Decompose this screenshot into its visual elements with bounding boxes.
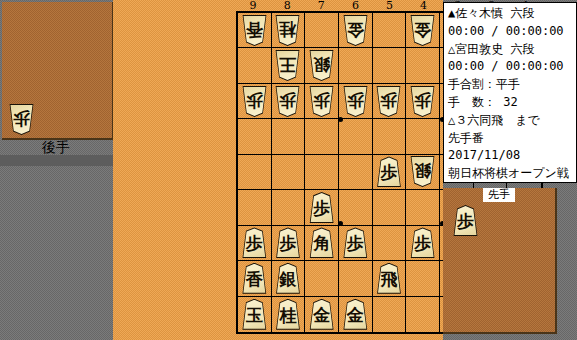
shogi-piece-歩-sente[interactable]: 歩 bbox=[409, 227, 436, 258]
info-line: 手合割：平手 bbox=[448, 76, 576, 94]
piece-kanji: 歩 bbox=[246, 89, 263, 112]
piece-kanji: 金 bbox=[313, 304, 330, 327]
star-point bbox=[338, 117, 343, 122]
board-cell[interactable] bbox=[373, 190, 407, 225]
piece-kanji: 歩 bbox=[414, 89, 431, 112]
board-cell[interactable]: 金 bbox=[406, 13, 440, 48]
shogi-piece-歩-sente[interactable]: 歩 bbox=[241, 227, 268, 258]
board-cell[interactable]: 金 bbox=[339, 297, 373, 332]
piece-face: 歩 bbox=[242, 87, 267, 116]
board-cell[interactable] bbox=[406, 119, 440, 154]
board-cell[interactable] bbox=[339, 48, 373, 83]
shogi-piece-歩-gote[interactable]: 歩 bbox=[308, 86, 335, 117]
piece-face: 銀 bbox=[275, 264, 300, 293]
board-cell[interactable]: 歩 bbox=[406, 226, 440, 261]
piece-face: 歩 bbox=[343, 87, 368, 116]
piece-face: 歩 bbox=[376, 87, 401, 116]
piece-kanji: 角 bbox=[313, 232, 330, 255]
piece-kanji: 銀 bbox=[313, 53, 330, 76]
piece-kanji: 金 bbox=[414, 18, 431, 41]
board-cell[interactable] bbox=[406, 261, 440, 296]
board-cell[interactable]: 王 bbox=[272, 48, 306, 83]
piece-face: 歩 bbox=[242, 228, 267, 257]
piece-face: 桂 bbox=[275, 300, 300, 329]
board-cell[interactable]: 歩 bbox=[305, 190, 339, 225]
board-cell[interactable] bbox=[305, 261, 339, 296]
shogi-piece-銀-sente[interactable]: 銀 bbox=[274, 263, 301, 294]
board-cell[interactable] bbox=[373, 119, 407, 154]
piece-face: 玉 bbox=[242, 300, 267, 329]
piece-kanji: 歩 bbox=[313, 89, 330, 112]
piece-face: 歩 bbox=[453, 206, 478, 235]
shogi-piece-歩-gote[interactable]: 歩 bbox=[342, 86, 369, 117]
piece-kanji: 歩 bbox=[279, 232, 296, 255]
piece-face: 歩 bbox=[376, 157, 401, 186]
gote-hand-tray[interactable]: 歩 bbox=[2, 2, 114, 140]
info-line: 先手番 bbox=[448, 130, 576, 148]
board-cell[interactable] bbox=[272, 190, 306, 225]
piece-kanji: 歩 bbox=[380, 161, 397, 184]
board-cell[interactable] bbox=[238, 155, 272, 190]
piece-face: 銀 bbox=[410, 157, 435, 186]
shogi-piece-銀-gote[interactable]: 銀 bbox=[308, 50, 335, 81]
piece-kanji: 歩 bbox=[380, 89, 397, 112]
board-cell[interactable]: 香 bbox=[238, 261, 272, 296]
piece-kanji: 歩 bbox=[414, 232, 431, 255]
board-cell[interactable]: 飛 bbox=[373, 261, 407, 296]
shogi-piece-桂-gote[interactable]: 桂 bbox=[274, 15, 301, 46]
piece-face: 金 bbox=[343, 300, 368, 329]
board-cell[interactable] bbox=[272, 155, 306, 190]
board-cell[interactable]: 桂 bbox=[272, 13, 306, 48]
shogi-piece-歩-gote[interactable]: 歩 bbox=[241, 86, 268, 117]
piece-face: 桂 bbox=[275, 16, 300, 45]
piece-kanji: 歩 bbox=[13, 107, 30, 130]
board-cell[interactable] bbox=[305, 119, 339, 154]
shogi-piece-歩-sente[interactable]: 歩 bbox=[342, 227, 369, 258]
info-line: △３六同飛 まで bbox=[448, 112, 576, 130]
shogi-piece-歩-gote[interactable]: 歩 bbox=[274, 86, 301, 117]
board-cell[interactable]: 歩 bbox=[373, 155, 407, 190]
info-line: ▲佐々木慎 六段 bbox=[448, 5, 576, 23]
piece-face: 歩 bbox=[309, 193, 334, 222]
board-cell[interactable] bbox=[339, 155, 373, 190]
info-line: 朝日杯将棋オープン戦 bbox=[448, 165, 576, 183]
board-cell[interactable] bbox=[373, 48, 407, 83]
info-line: △宮田敦史 六段 bbox=[448, 41, 576, 59]
piece-kanji: 金 bbox=[347, 304, 364, 327]
shogi-piece-歩-sente[interactable]: 歩 bbox=[375, 156, 402, 187]
board-cell[interactable] bbox=[272, 119, 306, 154]
tray-shadow bbox=[0, 155, 114, 166]
board-cell[interactable]: 香 bbox=[238, 13, 272, 48]
board-cell[interactable]: 銀 bbox=[305, 48, 339, 83]
board-cell[interactable] bbox=[339, 261, 373, 296]
board-cell[interactable] bbox=[339, 190, 373, 225]
shogi-piece-歩-sente[interactable]: 歩 bbox=[274, 227, 301, 258]
shogi-piece-飛-sente[interactable]: 飛 bbox=[375, 263, 402, 294]
shogi-piece-歩-gote[interactable]: 歩 bbox=[409, 86, 436, 117]
piece-kanji: 桂 bbox=[279, 304, 296, 327]
piece-kanji: 香 bbox=[246, 268, 263, 291]
shogi-piece-桂-sente[interactable]: 桂 bbox=[274, 299, 301, 330]
board-area: 987654321 一二三四五六七八九 香桂金金香王銀角歩歩歩歩歩歩桂歩歩歩銀歩… bbox=[113, 0, 443, 340]
piece-kanji: 歩 bbox=[246, 232, 263, 255]
board-cell[interactable] bbox=[305, 155, 339, 190]
board-cell[interactable] bbox=[373, 226, 407, 261]
piece-face: 歩 bbox=[275, 228, 300, 257]
board-cell[interactable]: 歩 bbox=[272, 84, 306, 119]
shogi-piece-角-sente[interactable]: 角 bbox=[308, 227, 335, 258]
board-cell[interactable]: 玉 bbox=[238, 297, 272, 332]
piece-kanji: 香 bbox=[246, 18, 263, 41]
board-cell[interactable]: 歩 bbox=[339, 226, 373, 261]
piece-face: 歩 bbox=[410, 228, 435, 257]
shogi-piece-歩-gote[interactable]: 歩 bbox=[375, 86, 402, 117]
board-cell[interactable]: 角 bbox=[305, 226, 339, 261]
board-cell[interactable]: 歩 bbox=[238, 226, 272, 261]
board-cell[interactable] bbox=[373, 13, 407, 48]
board-cell[interactable]: 銀 bbox=[406, 155, 440, 190]
board-cell[interactable]: 金 bbox=[339, 13, 373, 48]
piece-face: 歩 bbox=[275, 87, 300, 116]
board-cell[interactable] bbox=[238, 190, 272, 225]
piece-face: 銀 bbox=[309, 51, 334, 80]
piece-face: 香 bbox=[242, 264, 267, 293]
piece-face: 歩 bbox=[309, 87, 334, 116]
board-cell[interactable]: 銀 bbox=[272, 261, 306, 296]
piece-kanji: 金 bbox=[347, 18, 364, 41]
piece-kanji: 歩 bbox=[313, 197, 330, 220]
piece-kanji: 銀 bbox=[414, 159, 431, 182]
piece-face: 金 bbox=[343, 16, 368, 45]
info-line: 2017/11/08 bbox=[448, 147, 576, 165]
game-info-panel: ▲佐々木慎 六段00:00 / 00:00:00△宮田敦史 六段00:00 / … bbox=[443, 2, 577, 183]
piece-face: 香 bbox=[242, 16, 267, 45]
board-cell[interactable] bbox=[238, 119, 272, 154]
shogi-piece-歩-gote[interactable]: 歩 bbox=[8, 104, 35, 135]
shogi-piece-金-sente[interactable]: 金 bbox=[308, 299, 335, 330]
board-cell[interactable]: 桂 bbox=[272, 297, 306, 332]
piece-kanji: 王 bbox=[279, 53, 296, 76]
piece-face: 歩 bbox=[9, 105, 34, 134]
piece-kanji: 玉 bbox=[246, 304, 263, 327]
shogi-piece-金-gote[interactable]: 金 bbox=[342, 15, 369, 46]
board-cell[interactable]: 歩 bbox=[238, 84, 272, 119]
shogi-piece-香-sente[interactable]: 香 bbox=[241, 263, 268, 294]
shogi-piece-王-gote[interactable]: 王 bbox=[274, 50, 301, 81]
board-cell[interactable]: 歩 bbox=[406, 84, 440, 119]
board-cell[interactable] bbox=[238, 48, 272, 83]
board-cell[interactable]: 歩 bbox=[305, 84, 339, 119]
shogi-piece-歩-sente[interactable]: 歩 bbox=[308, 192, 335, 223]
piece-face: 歩 bbox=[410, 87, 435, 116]
shogi-piece-香-gote[interactable]: 香 bbox=[241, 15, 268, 46]
board-cell[interactable]: 金 bbox=[305, 297, 339, 332]
board-cell[interactable] bbox=[406, 297, 440, 332]
piece-kanji: 桂 bbox=[279, 18, 296, 41]
piece-kanji: 歩 bbox=[347, 232, 364, 255]
board-cell[interactable]: 歩 bbox=[339, 84, 373, 119]
sente-label: 先手 bbox=[483, 188, 515, 202]
star-point bbox=[338, 221, 343, 226]
shogi-app-window: 歩 後手 987654321 一二三四五六七八九 香桂金金香王銀角歩歩歩歩歩歩桂… bbox=[0, 0, 577, 340]
shogi-piece-金-sente[interactable]: 金 bbox=[342, 299, 369, 330]
piece-face: 角 bbox=[309, 228, 334, 257]
sente-hand-tray[interactable]: 歩 bbox=[443, 188, 557, 334]
shogi-piece-歩-sente[interactable]: 歩 bbox=[452, 205, 479, 236]
info-line: 00:00 / 00:00:00 bbox=[448, 58, 576, 76]
shogi-piece-金-gote[interactable]: 金 bbox=[409, 15, 436, 46]
piece-face: 飛 bbox=[376, 264, 401, 293]
board-cell[interactable] bbox=[406, 48, 440, 83]
piece-kanji: 飛 bbox=[380, 268, 397, 291]
board-cell[interactable] bbox=[406, 190, 440, 225]
shogi-piece-銀-gote[interactable]: 銀 bbox=[409, 156, 436, 187]
piece-kanji: 歩 bbox=[347, 89, 364, 112]
piece-face: 金 bbox=[410, 16, 435, 45]
piece-face: 金 bbox=[309, 300, 334, 329]
info-line: 手 数： 32 bbox=[448, 94, 576, 112]
board-cell[interactable] bbox=[373, 297, 407, 332]
info-line: 00:00 / 00:00:00 bbox=[448, 23, 576, 41]
piece-face: 王 bbox=[275, 51, 300, 80]
board-cell[interactable] bbox=[339, 119, 373, 154]
piece-kanji: 歩 bbox=[279, 89, 296, 112]
shogi-piece-玉-sente[interactable]: 玉 bbox=[241, 299, 268, 330]
piece-kanji: 歩 bbox=[457, 210, 474, 233]
board-cell[interactable]: 歩 bbox=[272, 226, 306, 261]
board-cell[interactable]: 歩 bbox=[373, 84, 407, 119]
piece-face: 歩 bbox=[343, 228, 368, 257]
piece-kanji: 銀 bbox=[279, 268, 296, 291]
board-cell[interactable] bbox=[305, 13, 339, 48]
